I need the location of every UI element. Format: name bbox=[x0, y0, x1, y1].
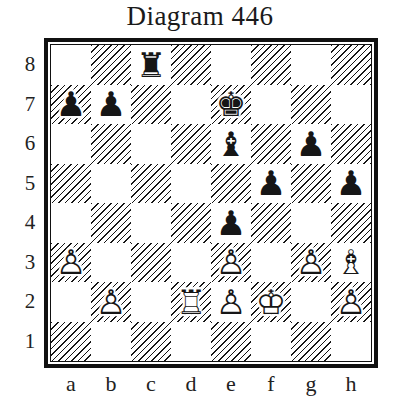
square-c8: ♜♜ bbox=[131, 45, 171, 85]
file-label-e: e bbox=[211, 371, 251, 397]
square-e3: ♟♙ bbox=[211, 243, 251, 283]
file-label-f: f bbox=[251, 371, 291, 397]
white-pawn: ♟♙ bbox=[211, 282, 251, 322]
square-g5 bbox=[291, 164, 331, 204]
square-a7: ♟♟ bbox=[51, 85, 91, 125]
square-d4 bbox=[171, 203, 211, 243]
rank-label-8: 8 bbox=[17, 45, 43, 85]
square-d6 bbox=[171, 124, 211, 164]
square-h2: ♟♙ bbox=[331, 282, 371, 322]
square-h3: ♝♗ bbox=[331, 243, 371, 283]
file-label-d: d bbox=[171, 371, 211, 397]
black-pawn: ♟♟ bbox=[91, 85, 131, 125]
rank-label-5: 5 bbox=[17, 164, 43, 204]
square-a5 bbox=[51, 164, 91, 204]
black-pawn: ♟♟ bbox=[251, 164, 291, 204]
square-g2 bbox=[291, 282, 331, 322]
square-h7 bbox=[331, 85, 371, 125]
white-pawn: ♟♙ bbox=[51, 243, 91, 283]
rank-label-1: 1 bbox=[17, 322, 43, 362]
square-g3: ♟♙ bbox=[291, 243, 331, 283]
black-pawn: ♟♟ bbox=[211, 203, 251, 243]
square-c6 bbox=[131, 124, 171, 164]
square-a3: ♟♙ bbox=[51, 243, 91, 283]
square-a1 bbox=[51, 322, 91, 362]
rank-labels: 87654321 bbox=[17, 45, 43, 361]
square-a8 bbox=[51, 45, 91, 85]
rank-label-6: 6 bbox=[17, 124, 43, 164]
square-c5 bbox=[131, 164, 171, 204]
square-g4 bbox=[291, 203, 331, 243]
square-f5: ♟♟ bbox=[251, 164, 291, 204]
black-pawn: ♟♟ bbox=[51, 85, 91, 125]
square-h8 bbox=[331, 45, 371, 85]
square-d8 bbox=[171, 45, 211, 85]
square-e1 bbox=[211, 322, 251, 362]
square-b7: ♟♟ bbox=[91, 85, 131, 125]
white-pawn: ♟♙ bbox=[331, 282, 371, 322]
square-e8 bbox=[211, 45, 251, 85]
black-king: ♚♚ bbox=[211, 85, 251, 125]
white-king: ♚♔ bbox=[251, 282, 291, 322]
square-b3 bbox=[91, 243, 131, 283]
square-f7 bbox=[251, 85, 291, 125]
square-d2: ♜♖ bbox=[171, 282, 211, 322]
square-e7: ♚♚ bbox=[211, 85, 251, 125]
square-e6: ♝♝ bbox=[211, 124, 251, 164]
file-labels: abcdefgh bbox=[51, 371, 371, 397]
square-c7 bbox=[131, 85, 171, 125]
file-label-g: g bbox=[291, 371, 331, 397]
file-label-b: b bbox=[91, 371, 131, 397]
rank-label-4: 4 bbox=[17, 203, 43, 243]
square-d5 bbox=[171, 164, 211, 204]
file-label-h: h bbox=[331, 371, 371, 397]
square-e2: ♟♙ bbox=[211, 282, 251, 322]
square-b1 bbox=[91, 322, 131, 362]
square-c2 bbox=[131, 282, 171, 322]
square-h6 bbox=[331, 124, 371, 164]
square-b5 bbox=[91, 164, 131, 204]
white-pawn: ♟♙ bbox=[291, 243, 331, 283]
diagram-title: Diagram 446 bbox=[0, 1, 400, 32]
square-b6 bbox=[91, 124, 131, 164]
square-f1 bbox=[251, 322, 291, 362]
square-d3 bbox=[171, 243, 211, 283]
rank-label-7: 7 bbox=[17, 85, 43, 125]
square-f2: ♚♔ bbox=[251, 282, 291, 322]
rank-label-2: 2 bbox=[17, 282, 43, 322]
square-g1 bbox=[291, 322, 331, 362]
black-bishop: ♝♝ bbox=[211, 124, 251, 164]
chess-diagram: Diagram 446 87654321 ♜♜♟♟♟♟♚♚♝♝♟♟♟♟♟♟♟♟♟… bbox=[0, 0, 400, 400]
white-bishop: ♝♗ bbox=[331, 243, 371, 283]
square-f6 bbox=[251, 124, 291, 164]
square-b4 bbox=[91, 203, 131, 243]
white-rook: ♜♖ bbox=[171, 282, 211, 322]
square-c4 bbox=[131, 203, 171, 243]
square-e5 bbox=[211, 164, 251, 204]
square-f8 bbox=[251, 45, 291, 85]
white-pawn: ♟♙ bbox=[91, 282, 131, 322]
square-g7 bbox=[291, 85, 331, 125]
square-h4 bbox=[331, 203, 371, 243]
board-frame: ♜♜♟♟♟♟♚♚♝♝♟♟♟♟♟♟♟♟♟♙♟♙♟♙♝♗♟♙♜♖♟♙♚♔♟♙ bbox=[44, 38, 378, 368]
square-b8 bbox=[91, 45, 131, 85]
file-label-a: a bbox=[51, 371, 91, 397]
square-a4 bbox=[51, 203, 91, 243]
square-b2: ♟♙ bbox=[91, 282, 131, 322]
square-a6 bbox=[51, 124, 91, 164]
square-a2 bbox=[51, 282, 91, 322]
square-e4: ♟♟ bbox=[211, 203, 251, 243]
board: ♜♜♟♟♟♟♚♚♝♝♟♟♟♟♟♟♟♟♟♙♟♙♟♙♝♗♟♙♜♖♟♙♚♔♟♙ bbox=[51, 45, 371, 361]
square-g6: ♟♟ bbox=[291, 124, 331, 164]
black-pawn: ♟♟ bbox=[291, 124, 331, 164]
square-f3 bbox=[251, 243, 291, 283]
black-pawn: ♟♟ bbox=[331, 164, 371, 204]
square-f4 bbox=[251, 203, 291, 243]
file-label-c: c bbox=[131, 371, 171, 397]
white-pawn: ♟♙ bbox=[211, 243, 251, 283]
square-h5: ♟♟ bbox=[331, 164, 371, 204]
square-c1 bbox=[131, 322, 171, 362]
rank-label-3: 3 bbox=[17, 243, 43, 283]
square-g8 bbox=[291, 45, 331, 85]
square-d1 bbox=[171, 322, 211, 362]
square-h1 bbox=[331, 322, 371, 362]
square-c3 bbox=[131, 243, 171, 283]
square-d7 bbox=[171, 85, 211, 125]
black-rook: ♜♜ bbox=[131, 45, 171, 85]
